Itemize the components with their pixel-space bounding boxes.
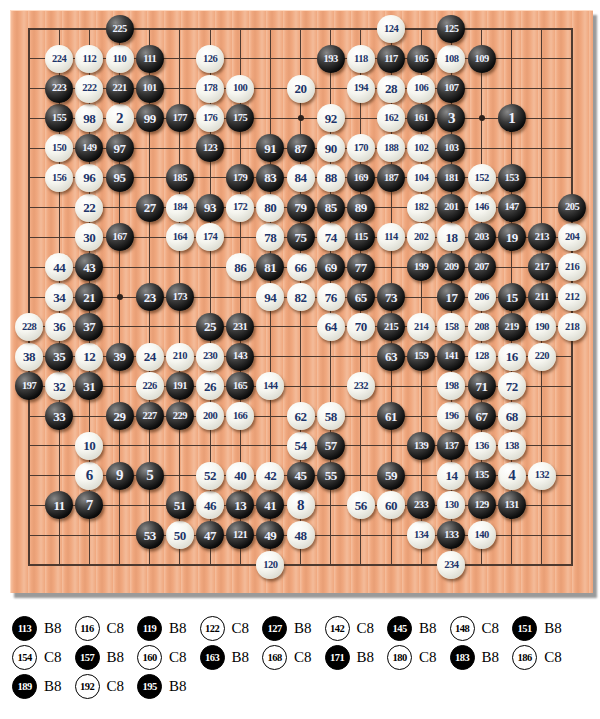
- stone-71: 71: [468, 372, 496, 400]
- stone-47: 47: [196, 521, 224, 549]
- stone-49: 49: [256, 521, 284, 549]
- stone-17: 17: [437, 283, 465, 311]
- caption-stone: 160: [137, 645, 162, 670]
- stone-86: 86: [226, 253, 254, 281]
- stone-7: 7: [75, 491, 103, 519]
- stone-114: 114: [377, 223, 405, 251]
- stone-117: 117: [377, 45, 405, 73]
- stone-3: 3: [437, 104, 465, 132]
- stone-164: 164: [166, 223, 194, 251]
- stone-152: 152: [468, 164, 496, 192]
- stone-107: 107: [437, 75, 465, 103]
- stone-14: 14: [437, 462, 465, 490]
- stone-120: 120: [256, 551, 284, 579]
- stone-224: 224: [45, 45, 73, 73]
- caption-stone: 189: [12, 674, 37, 699]
- stone-37: 37: [75, 313, 103, 341]
- stone-169: 169: [347, 164, 375, 192]
- stone-85: 85: [317, 194, 345, 222]
- stone-204: 204: [558, 223, 586, 251]
- stone-149: 149: [75, 134, 103, 162]
- stone-158: 158: [437, 313, 465, 341]
- caption-move-180: 180C8: [387, 645, 437, 670]
- stone-176: 176: [196, 104, 224, 132]
- caption-move-142: 142C8: [325, 616, 375, 641]
- stone-170: 170: [347, 134, 375, 162]
- hoshi-point: [117, 294, 123, 300]
- stone-21: 21: [75, 283, 103, 311]
- stone-82: 82: [287, 283, 315, 311]
- stone-125: 125: [437, 15, 465, 43]
- stone-229: 229: [166, 402, 194, 430]
- stone-182: 182: [407, 194, 435, 222]
- stone-74: 74: [317, 223, 345, 251]
- caption-row: 113B8116C8119B8122C8127B8142C8145B8148C8…: [12, 614, 598, 643]
- stone-222: 222: [75, 75, 103, 103]
- stone-33: 33: [45, 402, 73, 430]
- caption-move-127: 127B8: [262, 616, 312, 641]
- stone-51: 51: [166, 491, 194, 519]
- stone-35: 35: [45, 343, 73, 371]
- stone-121: 121: [226, 521, 254, 549]
- stone-42: 42: [256, 462, 284, 490]
- stone-103: 103: [437, 134, 465, 162]
- stone-198: 198: [437, 372, 465, 400]
- stone-166: 166: [226, 402, 254, 430]
- caption-coordinate: B8: [232, 649, 250, 666]
- stone-26: 26: [196, 372, 224, 400]
- caption-move-154: 154C8: [12, 645, 62, 670]
- stone-174: 174: [196, 223, 224, 251]
- stone-68: 68: [498, 402, 526, 430]
- stone-134: 134: [407, 521, 435, 549]
- stone-109: 109: [468, 45, 496, 73]
- stone-146: 146: [468, 194, 496, 222]
- caption-coordinate: C8: [482, 620, 500, 637]
- stone-178: 178: [196, 75, 224, 103]
- stone-69: 69: [317, 253, 345, 281]
- stone-98: 98: [75, 104, 103, 132]
- stone-15: 15: [498, 283, 526, 311]
- stone-84: 84: [287, 164, 315, 192]
- stone-181: 181: [437, 164, 465, 192]
- caption-stone: 151: [512, 616, 537, 641]
- stone-203: 203: [468, 223, 496, 251]
- stone-72: 72: [498, 372, 526, 400]
- stone-52: 52: [196, 462, 224, 490]
- caption-coordinate: C8: [419, 649, 437, 666]
- stone-59: 59: [377, 462, 405, 490]
- stone-32: 32: [45, 372, 73, 400]
- stone-206: 206: [468, 283, 496, 311]
- stone-70: 70: [347, 313, 375, 341]
- stone-210: 210: [166, 343, 194, 371]
- stone-232: 232: [347, 372, 375, 400]
- stone-91: 91: [256, 134, 284, 162]
- stone-24: 24: [136, 343, 164, 371]
- stone-201: 201: [437, 194, 465, 222]
- stone-64: 64: [317, 313, 345, 341]
- stone-193: 193: [317, 45, 345, 73]
- stone-22: 22: [75, 194, 103, 222]
- stone-184: 184: [166, 194, 194, 222]
- caption-move-186: 186C8: [512, 645, 562, 670]
- stone-213: 213: [528, 223, 556, 251]
- caption-move-122: 122C8: [200, 616, 250, 641]
- stone-95: 95: [106, 164, 134, 192]
- stone-56: 56: [347, 491, 375, 519]
- stone-90: 90: [317, 134, 345, 162]
- stone-4: 4: [498, 462, 526, 490]
- stone-215: 215: [377, 313, 405, 341]
- stone-112: 112: [75, 45, 103, 73]
- stone-55: 55: [317, 462, 345, 490]
- stone-144: 144: [256, 372, 284, 400]
- stone-140: 140: [468, 521, 496, 549]
- caption-move-148: 148C8: [450, 616, 500, 641]
- caption-coordinate: C8: [169, 649, 187, 666]
- stone-36: 36: [45, 313, 73, 341]
- stone-94: 94: [256, 283, 284, 311]
- caption-coordinate: B8: [107, 649, 125, 666]
- caption-stone: 192: [75, 674, 100, 699]
- stone-18: 18: [437, 223, 465, 251]
- stone-30: 30: [75, 223, 103, 251]
- stone-162: 162: [377, 104, 405, 132]
- caption-coordinate: B8: [169, 678, 187, 695]
- stone-57: 57: [317, 432, 345, 460]
- stone-141: 141: [437, 343, 465, 371]
- caption-coordinate: C8: [294, 649, 312, 666]
- stone-25: 25: [196, 313, 224, 341]
- stone-123: 123: [196, 134, 224, 162]
- stone-76: 76: [317, 283, 345, 311]
- stone-147: 147: [498, 194, 526, 222]
- caption-coordinate: C8: [107, 678, 125, 695]
- stone-223: 223: [45, 75, 73, 103]
- stone-233: 233: [407, 491, 435, 519]
- stone-6: 6: [75, 462, 103, 490]
- stone-60: 60: [377, 491, 405, 519]
- stone-5: 5: [136, 462, 164, 490]
- stone-231: 231: [226, 313, 254, 341]
- stone-173: 173: [166, 283, 194, 311]
- stone-230: 230: [196, 343, 224, 371]
- caption-move-116: 116C8: [75, 616, 125, 641]
- stone-99: 99: [136, 104, 164, 132]
- stone-97: 97: [106, 134, 134, 162]
- stone-100: 100: [226, 75, 254, 103]
- caption-move-171: 171B8: [325, 645, 375, 670]
- stone-111: 111: [136, 45, 164, 73]
- stone-167: 167: [106, 223, 134, 251]
- stone-179: 179: [226, 164, 254, 192]
- caption-coordinate: B8: [44, 620, 62, 637]
- stone-31: 31: [75, 372, 103, 400]
- caption-move-145: 145B8: [387, 616, 437, 641]
- stone-58: 58: [317, 402, 345, 430]
- stone-67: 67: [468, 402, 496, 430]
- stone-202: 202: [407, 223, 435, 251]
- stone-1: 1: [498, 104, 526, 132]
- caption-coordinate: C8: [544, 649, 562, 666]
- stone-139: 139: [407, 432, 435, 460]
- caption-move-163: 163B8: [200, 645, 250, 670]
- caption-move-151: 151B8: [512, 616, 562, 641]
- stone-132: 132: [528, 462, 556, 490]
- stone-2: 2: [106, 104, 134, 132]
- caption-coordinate: B8: [44, 678, 62, 695]
- stone-19: 19: [498, 223, 526, 251]
- caption-move-113: 113B8: [12, 616, 62, 641]
- stone-209: 209: [437, 253, 465, 281]
- stone-191: 191: [166, 372, 194, 400]
- stone-219: 219: [498, 313, 526, 341]
- stone-150: 150: [45, 134, 73, 162]
- stone-54: 54: [287, 432, 315, 460]
- stone-118: 118: [347, 45, 375, 73]
- ko-moves-caption: 113B8116C8119B8122C8127B8142C8145B8148C8…: [12, 614, 598, 701]
- stone-50: 50: [166, 521, 194, 549]
- stone-217: 217: [528, 253, 556, 281]
- stone-73: 73: [377, 283, 405, 311]
- stone-137: 137: [437, 432, 465, 460]
- stone-105: 105: [407, 45, 435, 73]
- caption-coordinate: B8: [419, 620, 437, 637]
- caption-move-189: 189B8: [12, 674, 62, 699]
- caption-move-192: 192C8: [75, 674, 125, 699]
- caption-stone: 113: [12, 616, 37, 641]
- stone-38: 38: [15, 343, 43, 371]
- stone-207: 207: [468, 253, 496, 281]
- stone-205: 205: [558, 194, 586, 222]
- caption-coordinate: B8: [544, 620, 562, 637]
- stone-190: 190: [528, 313, 556, 341]
- stone-8: 8: [287, 491, 315, 519]
- stone-83: 83: [256, 164, 284, 192]
- caption-move-119: 119B8: [137, 616, 187, 641]
- stone-130: 130: [437, 491, 465, 519]
- caption-coordinate: C8: [107, 620, 125, 637]
- stone-165: 165: [226, 372, 254, 400]
- stone-46: 46: [196, 491, 224, 519]
- stone-88: 88: [317, 164, 345, 192]
- stone-216: 216: [558, 253, 586, 281]
- caption-stone: 154: [12, 645, 37, 670]
- grid-line-horizontal: [28, 564, 573, 566]
- stone-63: 63: [377, 343, 405, 371]
- stone-225: 225: [106, 15, 134, 43]
- caption-stone: 145: [387, 616, 412, 641]
- caption-stone: 186: [512, 645, 537, 670]
- caption-stone: 148: [450, 616, 475, 641]
- stone-40: 40: [226, 462, 254, 490]
- stone-124: 124: [377, 15, 405, 43]
- go-kifu-page: { "game": "go", "diagram_title": "Game r…: [0, 0, 600, 719]
- stone-10: 10: [75, 432, 103, 460]
- caption-stone: 195: [137, 674, 162, 699]
- stone-199: 199: [407, 253, 435, 281]
- stone-133: 133: [437, 521, 465, 549]
- stone-81: 81: [256, 253, 284, 281]
- caption-stone: 116: [75, 616, 100, 641]
- stone-126: 126: [196, 45, 224, 73]
- stone-221: 221: [106, 75, 134, 103]
- hoshi-point: [298, 115, 304, 121]
- caption-stone: 119: [137, 616, 162, 641]
- stone-87: 87: [287, 134, 315, 162]
- caption-stone: 183: [450, 645, 475, 670]
- stone-194: 194: [347, 75, 375, 103]
- stone-110: 110: [106, 45, 134, 73]
- stone-39: 39: [106, 343, 134, 371]
- caption-stone: 157: [75, 645, 100, 670]
- stone-28: 28: [377, 75, 405, 103]
- caption-coordinate: C8: [357, 620, 375, 637]
- caption-stone: 168: [262, 645, 287, 670]
- stone-188: 188: [377, 134, 405, 162]
- stone-27: 27: [136, 194, 164, 222]
- stone-211: 211: [528, 283, 556, 311]
- caption-coordinate: B8: [294, 620, 312, 637]
- caption-stone: 180: [387, 645, 412, 670]
- stone-80: 80: [256, 194, 284, 222]
- stone-131: 131: [498, 491, 526, 519]
- stone-48: 48: [287, 521, 315, 549]
- stone-197: 197: [15, 372, 43, 400]
- stone-161: 161: [407, 104, 435, 132]
- stone-187: 187: [377, 164, 405, 192]
- caption-move-168: 168C8: [262, 645, 312, 670]
- stone-96: 96: [75, 164, 103, 192]
- stone-138: 138: [498, 432, 526, 460]
- stone-153: 153: [498, 164, 526, 192]
- stone-79: 79: [287, 194, 315, 222]
- caption-move-160: 160C8: [137, 645, 187, 670]
- stone-13: 13: [226, 491, 254, 519]
- stone-129: 129: [468, 491, 496, 519]
- stone-212: 212: [558, 283, 586, 311]
- stone-41: 41: [256, 491, 284, 519]
- caption-stone: 171: [325, 645, 350, 670]
- stone-104: 104: [407, 164, 435, 192]
- stone-11: 11: [45, 491, 73, 519]
- stone-226: 226: [136, 372, 164, 400]
- stone-61: 61: [377, 402, 405, 430]
- stone-106: 106: [407, 75, 435, 103]
- caption-coordinate: C8: [44, 649, 62, 666]
- stone-135: 135: [468, 462, 496, 490]
- caption-stone: 122: [200, 616, 225, 641]
- stone-45: 45: [287, 462, 315, 490]
- caption-stone: 127: [262, 616, 287, 641]
- stone-66: 66: [287, 253, 315, 281]
- hoshi-point: [479, 115, 485, 121]
- caption-coordinate: B8: [357, 649, 375, 666]
- stone-75: 75: [287, 223, 315, 251]
- caption-coordinate: B8: [482, 649, 500, 666]
- stone-65: 65: [347, 283, 375, 311]
- stone-128: 128: [468, 343, 496, 371]
- stone-228: 228: [15, 313, 43, 341]
- stone-43: 43: [75, 253, 103, 281]
- caption-row: 189B8192C8195B8: [12, 672, 598, 701]
- stone-23: 23: [136, 283, 164, 311]
- stone-208: 208: [468, 313, 496, 341]
- stone-218: 218: [558, 313, 586, 341]
- stone-93: 93: [196, 194, 224, 222]
- stone-155: 155: [45, 104, 73, 132]
- stone-159: 159: [407, 343, 435, 371]
- stone-175: 175: [226, 104, 254, 132]
- stone-20: 20: [287, 75, 315, 103]
- stone-9: 9: [106, 462, 134, 490]
- stone-136: 136: [468, 432, 496, 460]
- stone-143: 143: [226, 343, 254, 371]
- caption-move-195: 195B8: [137, 674, 187, 699]
- stone-108: 108: [437, 45, 465, 73]
- stone-78: 78: [256, 223, 284, 251]
- stone-185: 185: [166, 164, 194, 192]
- stone-89: 89: [347, 194, 375, 222]
- caption-coordinate: C8: [232, 620, 250, 637]
- stone-16: 16: [498, 343, 526, 371]
- stone-44: 44: [45, 253, 73, 281]
- stone-92: 92: [317, 104, 345, 132]
- stone-227: 227: [136, 402, 164, 430]
- stone-220: 220: [528, 343, 556, 371]
- stone-101: 101: [136, 75, 164, 103]
- stone-62: 62: [287, 402, 315, 430]
- go-board: 1234567891011121314151617181920212223242…: [10, 10, 593, 593]
- caption-stone: 142: [325, 616, 350, 641]
- stone-200: 200: [196, 402, 224, 430]
- stone-172: 172: [226, 194, 254, 222]
- stone-156: 156: [45, 164, 73, 192]
- stone-77: 77: [347, 253, 375, 281]
- stone-177: 177: [166, 104, 194, 132]
- caption-stone: 163: [200, 645, 225, 670]
- caption-move-157: 157B8: [75, 645, 125, 670]
- stone-234: 234: [437, 551, 465, 579]
- stone-196: 196: [437, 402, 465, 430]
- caption-move-183: 183B8: [450, 645, 500, 670]
- stone-102: 102: [407, 134, 435, 162]
- stone-29: 29: [106, 402, 134, 430]
- caption-row: 154C8157B8160C8163B8168C8171B8180C8183B8…: [12, 643, 598, 672]
- caption-coordinate: B8: [169, 620, 187, 637]
- stone-34: 34: [45, 283, 73, 311]
- stone-214: 214: [407, 313, 435, 341]
- stone-115: 115: [347, 223, 375, 251]
- stone-12: 12: [75, 343, 103, 371]
- stone-53: 53: [136, 521, 164, 549]
